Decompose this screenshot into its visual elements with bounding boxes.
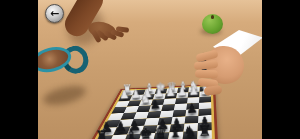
game-scene: ♜♝♚♛♝♞♜♟♟♟♟♟♟♟♟♞♟♟♟♟♟♟♟♟♜♝♚♛♝♞♜: [38, 0, 262, 139]
apple: [202, 14, 223, 34]
piece-bP[interactable]: ♟: [148, 97, 162, 111]
letterbox-left: [0, 0, 38, 139]
square[interactable]: ♞: [183, 131, 198, 139]
board-frame: ♜♝♚♛♝♞♜♟♟♟♟♟♟♟♟♞♟♟♟♟♟♟♟♟♜♝♚♛♝♞♜: [86, 84, 218, 139]
piece-wP[interactable]: ♟: [175, 85, 188, 98]
back-arrow-icon: ←: [50, 8, 59, 19]
piece-bK[interactable]: ♚: [137, 125, 153, 139]
piece-bQ[interactable]: ♛: [152, 125, 168, 139]
piece-wP[interactable]: ♟: [164, 86, 177, 99]
piece-bP[interactable]: ♟: [184, 102, 199, 117]
app-window: ♜♝♚♛♝♞♜♟♟♟♟♟♟♟♟♞♟♟♟♟♟♟♟♟♜♝♚♛♝♞♜: [0, 0, 300, 139]
board-grid: ♜♝♚♛♝♞♜♟♟♟♟♟♟♟♟♞♟♟♟♟♟♟♟♟♜♝♚♛♝♞♜: [94, 86, 212, 139]
piece-bB[interactable]: ♝: [123, 126, 139, 139]
letterbox-right: [262, 0, 300, 139]
piece-bN[interactable]: ♞: [181, 123, 197, 139]
back-button[interactable]: ←: [45, 4, 64, 23]
square[interactable]: ♜: [94, 135, 113, 139]
piece-bR[interactable]: ♜: [196, 122, 212, 138]
piece-bB[interactable]: ♝: [167, 124, 183, 139]
square[interactable]: ♜: [197, 130, 212, 139]
player-finger: [195, 70, 218, 79]
piece-wP[interactable]: ♟: [117, 88, 130, 101]
apple-stem: [211, 15, 214, 19]
mug: [38, 39, 93, 116]
piece-bR[interactable]: ♜: [93, 128, 109, 139]
square[interactable]: ♝: [168, 132, 184, 139]
